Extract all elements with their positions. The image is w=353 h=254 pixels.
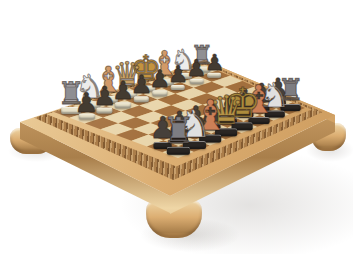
piece-pedestal	[171, 85, 185, 90]
piece-pedestal	[208, 73, 222, 78]
white-pawn[interactable]: ♟	[186, 58, 207, 84]
black-rook[interactable]: ♜	[162, 114, 194, 155]
white-pawn[interactable]: ♟	[168, 64, 189, 90]
monkey-icon: ♟	[186, 58, 207, 80]
piece-pedestal	[115, 102, 131, 108]
monkey-icon: ♟	[74, 89, 98, 115]
piece-pedestal	[152, 90, 167, 96]
piece-pedestal	[167, 147, 190, 155]
white-pawn[interactable]: ♟	[74, 89, 98, 120]
elephant-icon: ♜	[162, 114, 194, 148]
piece-pedestal	[134, 96, 149, 102]
chess-set-photo: ♜♞♝♛♚♝♞♜♟♟♟♟♟♟♟♟♟♟♟♟♟♟♟♟♜♞♝♛♚♝♞♜	[0, 0, 353, 254]
monkey-icon: ♟	[168, 64, 189, 86]
white-pawn[interactable]: ♟	[205, 53, 225, 78]
piece-pedestal	[189, 79, 203, 84]
monkey-icon: ♟	[205, 53, 225, 74]
piece-pedestal	[78, 114, 94, 120]
piece-pedestal	[97, 108, 113, 114]
